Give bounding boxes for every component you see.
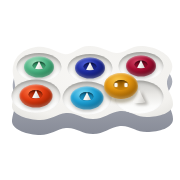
photo-scene: [0, 0, 180, 180]
well-r0-c0[interactable]: [10, 50, 63, 82]
ring-hole: [114, 80, 129, 90]
well-r1-c0[interactable]: [10, 82, 63, 114]
loose-ring-amber[interactable]: [104, 73, 138, 99]
cone-peg: [85, 62, 94, 71]
cone-peg: [82, 92, 91, 101]
cone-peg: [137, 60, 146, 69]
cone-peg: [31, 90, 40, 99]
cone-peg: [34, 61, 43, 70]
board-grid: [10, 50, 170, 114]
